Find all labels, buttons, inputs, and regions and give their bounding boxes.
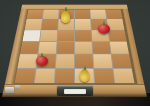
empty-slot-r3c1[interactable]: [22, 30, 40, 41]
piece-pear-1[interactable]: [61, 10, 70, 23]
tile-r1c2[interactable]: [43, 10, 59, 19]
tile-r4c3[interactable]: [57, 42, 74, 54]
tile-r1c5[interactable]: [90, 10, 106, 19]
piece-pear-2[interactable]: [80, 69, 89, 82]
drawer-handle[interactable]: [57, 86, 93, 96]
board-grid: [13, 9, 135, 84]
tile-r3c4[interactable]: [75, 30, 92, 41]
latch-hook: [15, 85, 20, 90]
tile-r1c1[interactable]: [27, 10, 43, 19]
tile-r4c6[interactable]: [110, 42, 129, 54]
tile-r5c3[interactable]: [56, 55, 74, 68]
game-board-tray: [2, 4, 147, 97]
tile-r4c1[interactable]: [20, 42, 39, 54]
tile-r1c6[interactable]: [106, 10, 122, 19]
tile-r5c6[interactable]: [112, 55, 132, 68]
tile-r3c6[interactable]: [108, 30, 126, 41]
tile-r3c3[interactable]: [57, 30, 74, 41]
tile-r6c1[interactable]: [15, 69, 36, 84]
tile-r3c2[interactable]: [40, 30, 57, 41]
tile-r5c5[interactable]: [93, 55, 112, 68]
photo-stage: [0, 0, 150, 106]
piece-apple-1[interactable]: [98, 24, 110, 34]
tile-r2c1[interactable]: [25, 19, 42, 29]
tile-r6c5[interactable]: [94, 69, 114, 84]
tile-r6c2[interactable]: [35, 69, 55, 84]
tile-r4c5[interactable]: [92, 42, 110, 54]
tile-r1c4[interactable]: [75, 10, 90, 19]
tile-r5c1[interactable]: [17, 55, 37, 68]
tile-r2c4[interactable]: [75, 19, 91, 29]
latch-plate: [5, 87, 14, 93]
tile-r6c3[interactable]: [55, 69, 74, 84]
scene: [0, 0, 150, 106]
piece-apple-2[interactable]: [36, 56, 48, 66]
tile-r6c6[interactable]: [113, 69, 134, 84]
tile-r4c4[interactable]: [75, 42, 92, 54]
handle-label: [64, 89, 86, 94]
latch-clasp[interactable]: [5, 85, 20, 94]
tile-r2c2[interactable]: [41, 19, 58, 29]
